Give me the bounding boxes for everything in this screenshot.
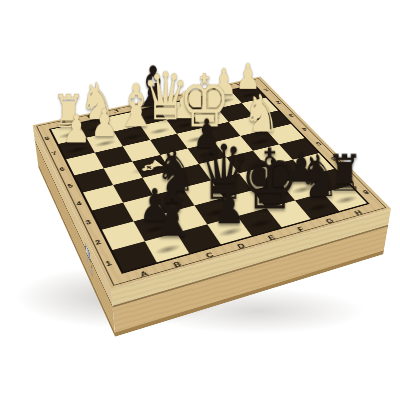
file-label: E	[137, 103, 145, 108]
file-label: B	[171, 259, 182, 268]
rank-label: 6	[58, 166, 65, 172]
rank-label: 4	[75, 200, 83, 207]
rank-label: 5	[314, 141, 323, 147]
file-label: H	[352, 208, 364, 216]
rank-label: 3	[287, 113, 295, 118]
rank-label: 3	[84, 218, 92, 226]
file-label: C	[204, 250, 215, 259]
file-label: G	[86, 114, 95, 120]
rank-label: 4	[301, 126, 309, 132]
rank-label: 2	[275, 100, 283, 105]
file-label: A	[138, 269, 149, 278]
file-label: C	[187, 92, 195, 97]
rank-label: 7	[345, 172, 355, 179]
rank-label: 8	[43, 135, 50, 141]
rank-label: 1	[104, 259, 113, 268]
file-label: B	[211, 87, 219, 92]
rank-label: 1	[263, 88, 271, 93]
file-label: G	[323, 216, 335, 224]
rank-label: 2	[94, 238, 103, 246]
file-label: D	[162, 98, 170, 103]
rank-label: 5	[66, 182, 74, 189]
file-label: A	[235, 82, 243, 87]
rank-label: 8	[361, 189, 371, 196]
file-label: D	[235, 241, 246, 250]
rank-label: 7	[51, 150, 58, 156]
folding-chess-box: ABCDEFGH ABCDEFGH 87654321 87654321 ♜♞♟♟…	[33, 77, 391, 290]
file-label: F	[295, 225, 305, 233]
rank-label: 6	[329, 156, 338, 162]
file-label: E	[266, 233, 277, 241]
chess-set-photo: ABCDEFGH ABCDEFGH 87654321 87654321 ♜♞♟♟…	[0, 0, 400, 400]
